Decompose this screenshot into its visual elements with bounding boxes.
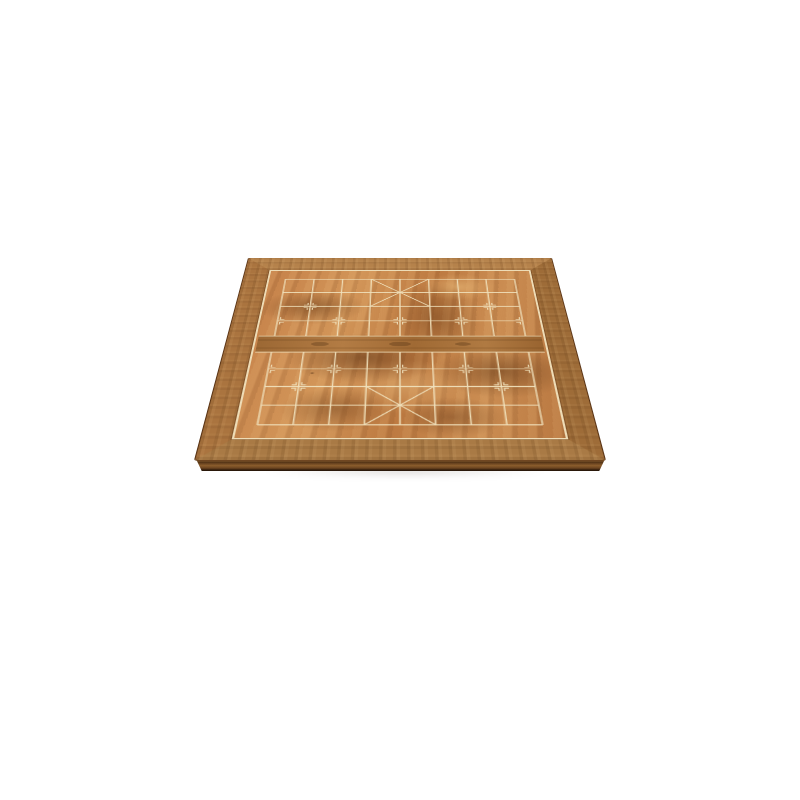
file-line-3-top: [337, 279, 343, 336]
river-grain-streak: [258, 339, 542, 340]
river-grain-streak: [256, 347, 544, 348]
file-line-7-bottom: [464, 352, 471, 425]
river-knot: [389, 342, 411, 347]
xiangqi-grid: [234, 271, 565, 438]
file-line-1-bottom: [257, 352, 271, 425]
board-side-edge: [196, 459, 605, 471]
product-photo-scene: [0, 0, 800, 800]
file-line-1-top: [275, 279, 286, 336]
file-line-4-bottom: [364, 352, 368, 425]
file-line-7-top: [457, 279, 463, 336]
file-line-3-bottom: [329, 352, 336, 425]
xiangqi-board: [194, 258, 606, 461]
file-line-9-bottom: [529, 352, 543, 425]
file-line-4-top: [369, 279, 372, 336]
file-line-6-top: [429, 279, 432, 336]
file-line-9-top: [514, 279, 525, 336]
file-line-6-bottom: [432, 352, 436, 425]
